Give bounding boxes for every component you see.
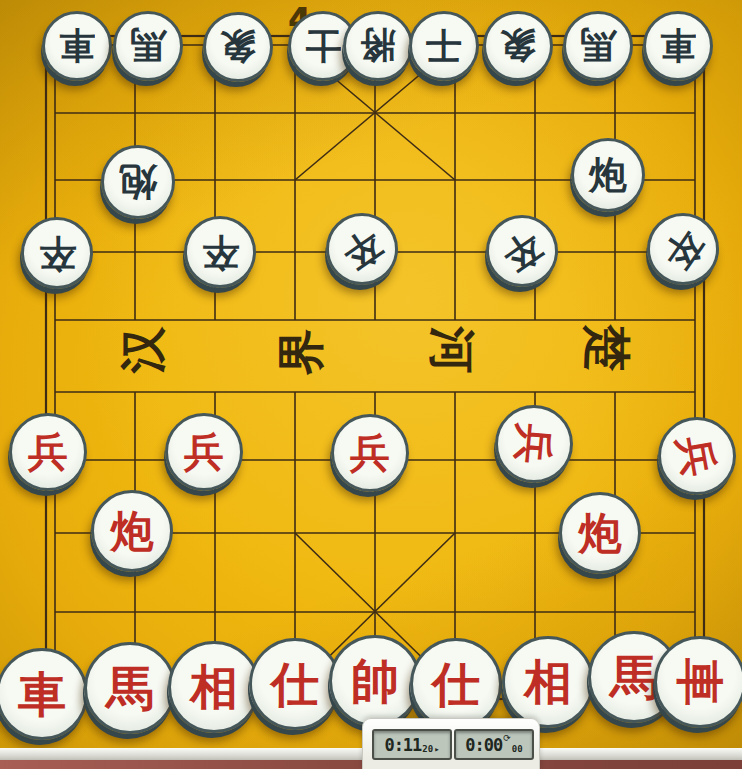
piece-black-advisor[interactable]: 士 xyxy=(409,11,479,81)
piece-character: 兵 xyxy=(350,433,390,473)
piece-red-soldier[interactable]: 兵 xyxy=(165,413,243,491)
piece-character: 士 xyxy=(305,28,341,64)
piece-character: 兵 xyxy=(28,432,68,472)
piece-red-soldier[interactable]: 兵 xyxy=(331,414,409,492)
piece-character: 炮 xyxy=(111,510,154,553)
piece-character: 兵 xyxy=(184,432,224,472)
xiangqi-photo: 4 汉界河楚 車馬象士將士象馬車炮炮卒卒卒卒卒兵兵兵兵兵炮炮車馬相仕帥仕相馬車 … xyxy=(0,0,742,769)
piece-character: 炮 xyxy=(119,163,157,201)
piece-character: 馬 xyxy=(610,653,658,701)
piece-character: 仕 xyxy=(432,660,480,708)
piece-character: 象 xyxy=(500,28,536,64)
piece-red-advisor[interactable]: 仕 xyxy=(249,638,341,730)
piece-character: 卒 xyxy=(202,234,239,271)
clock-right-time: 0:00 xyxy=(465,735,502,755)
piece-character: 兵 xyxy=(512,422,555,465)
piece-black-soldier[interactable]: 卒 xyxy=(486,215,558,287)
piece-black-cannon[interactable]: 炮 xyxy=(101,145,175,219)
piece-character: 卒 xyxy=(39,235,76,272)
piece-black-elephant[interactable]: 象 xyxy=(483,11,553,81)
piece-black-soldier[interactable]: 卒 xyxy=(21,217,93,289)
chess-clock[interactable]: 0:11 20 ▸ 0:00 ⟳ 00 xyxy=(362,718,540,769)
piece-red-soldier[interactable]: 兵 xyxy=(658,417,736,495)
piece-red-cannon[interactable]: 炮 xyxy=(559,492,641,574)
piece-character: 馬 xyxy=(106,664,154,712)
piece-red-elephant[interactable]: 相 xyxy=(502,636,594,728)
clock-right-seconds: 00 xyxy=(512,744,523,754)
piece-character: 炮 xyxy=(579,512,622,555)
piece-character: 卒 xyxy=(336,223,388,275)
piece-black-horse[interactable]: 馬 xyxy=(113,11,183,81)
piece-character: 仕 xyxy=(271,660,319,708)
clock-left-time: 0:11 xyxy=(384,735,421,755)
piece-character: 卒 xyxy=(496,225,548,277)
piece-black-soldier[interactable]: 卒 xyxy=(184,216,256,288)
piece-red-horse[interactable]: 馬 xyxy=(84,642,176,734)
piece-character: 帥 xyxy=(351,657,399,705)
clock-left-seconds: 20 xyxy=(422,744,433,754)
piece-black-general[interactable]: 將 xyxy=(343,11,413,81)
river-label-2: 河 xyxy=(429,327,476,374)
piece-red-general[interactable]: 帥 xyxy=(329,635,421,727)
river-label-0: 汉 xyxy=(119,327,166,374)
piece-red-elephant[interactable]: 相 xyxy=(168,641,260,733)
piece-black-soldier[interactable]: 卒 xyxy=(647,213,719,285)
piece-character: 卒 xyxy=(657,223,709,275)
piece-character: 將 xyxy=(360,28,396,64)
piece-black-chariot[interactable]: 車 xyxy=(643,11,713,81)
piece-character: 相 xyxy=(190,663,238,711)
river-label-3: 楚 xyxy=(584,325,631,372)
clock-right-display: 0:00 ⟳ 00 xyxy=(454,729,534,760)
piece-black-chariot[interactable]: 車 xyxy=(42,11,112,81)
piece-character: 士 xyxy=(426,28,462,64)
piece-red-cannon[interactable]: 炮 xyxy=(91,490,173,572)
piece-black-elephant[interactable]: 象 xyxy=(203,12,273,82)
piece-character: 相 xyxy=(524,658,572,706)
piece-red-soldier[interactable]: 兵 xyxy=(9,413,87,491)
piece-red-soldier[interactable]: 兵 xyxy=(495,405,573,483)
piece-red-chariot[interactable]: 車 xyxy=(654,636,742,728)
piece-red-chariot[interactable]: 車 xyxy=(0,648,88,740)
clock-left-display: 0:11 20 ▸ xyxy=(372,729,452,760)
piece-character: 車 xyxy=(59,28,95,64)
piece-black-soldier[interactable]: 卒 xyxy=(326,213,398,285)
piece-black-horse[interactable]: 馬 xyxy=(563,11,633,81)
piece-character: 馬 xyxy=(580,28,616,64)
piece-red-advisor[interactable]: 仕 xyxy=(410,638,502,730)
piece-character: 炮 xyxy=(589,156,627,194)
clock-left-turn-indicator-icon: ▸ xyxy=(434,744,439,754)
clock-sound-icon: ⟳ xyxy=(503,733,511,743)
piece-character: 車 xyxy=(660,28,696,64)
piece-character: 馬 xyxy=(130,28,166,64)
piece-character: 車 xyxy=(676,658,724,706)
piece-character: 車 xyxy=(18,670,66,718)
river-label-1: 界 xyxy=(277,329,324,376)
piece-character: 兵 xyxy=(674,433,720,479)
piece-black-cannon[interactable]: 炮 xyxy=(571,138,645,212)
piece-character: 象 xyxy=(220,29,256,65)
